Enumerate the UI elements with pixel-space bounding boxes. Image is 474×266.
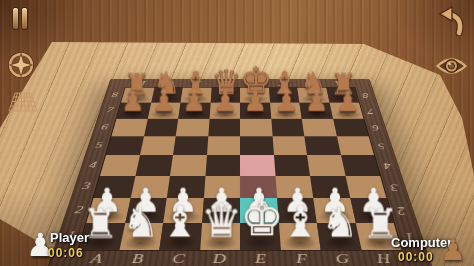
piece-black-pawn[interactable]: ♟ xyxy=(118,89,149,116)
coord-label: A xyxy=(324,79,354,87)
undo-icon xyxy=(438,6,464,36)
coord-label: C xyxy=(268,79,297,87)
coord-label: B xyxy=(296,79,326,87)
piece-black-pawn[interactable]: ♟ xyxy=(179,89,210,116)
square-b4[interactable] xyxy=(135,155,173,176)
board-grid-icon xyxy=(8,92,38,112)
piece-white-knight[interactable]: ♞ xyxy=(320,202,360,244)
square-b1[interactable]: ♞ xyxy=(119,223,163,250)
square-e1[interactable]: ♚ xyxy=(240,223,280,250)
square-d4[interactable] xyxy=(205,155,240,176)
pause-button[interactable] xyxy=(13,8,28,29)
piece-black-pawn[interactable]: ♟ xyxy=(240,89,271,116)
square-c4[interactable] xyxy=(170,155,206,176)
square-h7[interactable]: ♟ xyxy=(329,103,363,119)
coord-label: F xyxy=(183,79,212,87)
coord-label: E xyxy=(240,250,282,266)
coord-label: H xyxy=(125,79,155,87)
square-a4[interactable] xyxy=(100,155,139,176)
compass-rotate-icon xyxy=(8,52,34,78)
square-f4[interactable] xyxy=(274,155,310,176)
square-a5[interactable] xyxy=(106,136,144,155)
file-labels-top: HGFEDCBA xyxy=(125,79,354,87)
coord-label: G xyxy=(321,250,365,266)
coord-label: D xyxy=(240,79,269,87)
square-d6[interactable] xyxy=(208,119,240,136)
coord-label: E xyxy=(211,79,240,87)
square-h4[interactable] xyxy=(341,155,380,176)
square-d7[interactable]: ♟ xyxy=(209,103,240,119)
square-d5[interactable] xyxy=(207,136,241,155)
coord-label: 7 xyxy=(359,103,382,119)
square-e7[interactable]: ♟ xyxy=(240,103,271,119)
square-f5[interactable] xyxy=(272,136,307,155)
square-c7[interactable]: ♟ xyxy=(178,103,210,119)
piece-black-pawn[interactable]: ♟ xyxy=(301,89,332,116)
board-scene: 87654321 87654321 HGFEDCBA ABCDEFGH ♜♞♝♛… xyxy=(0,0,474,266)
piece-black-pawn[interactable]: ♟ xyxy=(148,89,179,116)
coord-label: D xyxy=(198,250,240,266)
square-f7[interactable]: ♟ xyxy=(270,103,302,119)
square-b5[interactable] xyxy=(140,136,176,155)
view-button[interactable] xyxy=(436,54,467,78)
coord-label: F xyxy=(280,250,323,266)
piece-white-bishop[interactable]: ♝ xyxy=(160,201,200,244)
square-f1[interactable]: ♝ xyxy=(278,223,320,250)
piece-white-bishop[interactable]: ♝ xyxy=(280,201,320,244)
square-f6[interactable] xyxy=(271,119,304,136)
square-g6[interactable] xyxy=(302,119,337,136)
square-g4[interactable] xyxy=(307,155,345,176)
square-d1[interactable]: ♛ xyxy=(200,223,240,250)
square-c6[interactable] xyxy=(176,119,209,136)
square-g5[interactable] xyxy=(304,136,340,155)
square-b7[interactable]: ♟ xyxy=(147,103,180,119)
square-a7[interactable]: ♟ xyxy=(116,103,150,119)
chess-3d-app: 87654321 87654321 HGFEDCBA ABCDEFGH ♜♞♝♛… xyxy=(0,0,474,266)
square-c1[interactable]: ♝ xyxy=(159,223,201,250)
coord-label: 6 xyxy=(364,119,388,136)
square-b6[interactable] xyxy=(144,119,179,136)
chess-board: 87654321 87654321 HGFEDCBA ABCDEFGH ♜♞♝♛… xyxy=(49,79,432,266)
eye-icon xyxy=(436,54,467,78)
board-view-button[interactable] xyxy=(8,92,38,112)
square-g7[interactable]: ♟ xyxy=(299,103,332,119)
rotate-view-button[interactable] xyxy=(8,52,34,78)
pause-icon xyxy=(22,8,27,29)
square-a6[interactable] xyxy=(111,119,147,136)
piece-white-king[interactable]: ♚ xyxy=(240,195,280,244)
square-c5[interactable] xyxy=(173,136,208,155)
bronze-pawn-icon: ♟ xyxy=(440,236,466,265)
square-h6[interactable] xyxy=(333,119,369,136)
piece-black-pawn[interactable]: ♟ xyxy=(209,89,240,116)
piece-black-pawn[interactable]: ♟ xyxy=(271,89,302,116)
player-timer: 00:06 xyxy=(48,246,84,260)
coord-label: 8 xyxy=(355,88,377,103)
piece-white-queen[interactable]: ♛ xyxy=(200,197,240,243)
coord-label: 5 xyxy=(369,136,394,155)
square-e6[interactable] xyxy=(240,119,272,136)
square-e5[interactable] xyxy=(240,136,274,155)
player-label: Player xyxy=(50,230,89,245)
square-e4[interactable] xyxy=(240,155,275,176)
coord-label: C xyxy=(157,250,200,266)
file-labels-bottom: ABCDEFGH xyxy=(73,250,406,266)
square-g1[interactable]: ♞ xyxy=(317,223,361,250)
computer-timer: 00:00 xyxy=(398,250,434,264)
undo-button[interactable] xyxy=(438,6,464,36)
piece-white-knight[interactable]: ♞ xyxy=(120,202,160,244)
coord-label: G xyxy=(154,79,184,87)
board-grid: ♜♞♝♛♚♝♞♜♟♟♟♟♟♟♟♟♟♟♟♟♟♟♟♟♜♞♝♛♚♝♞♜ xyxy=(79,88,402,250)
pause-icon xyxy=(13,8,18,29)
coord-label: B xyxy=(115,250,159,266)
